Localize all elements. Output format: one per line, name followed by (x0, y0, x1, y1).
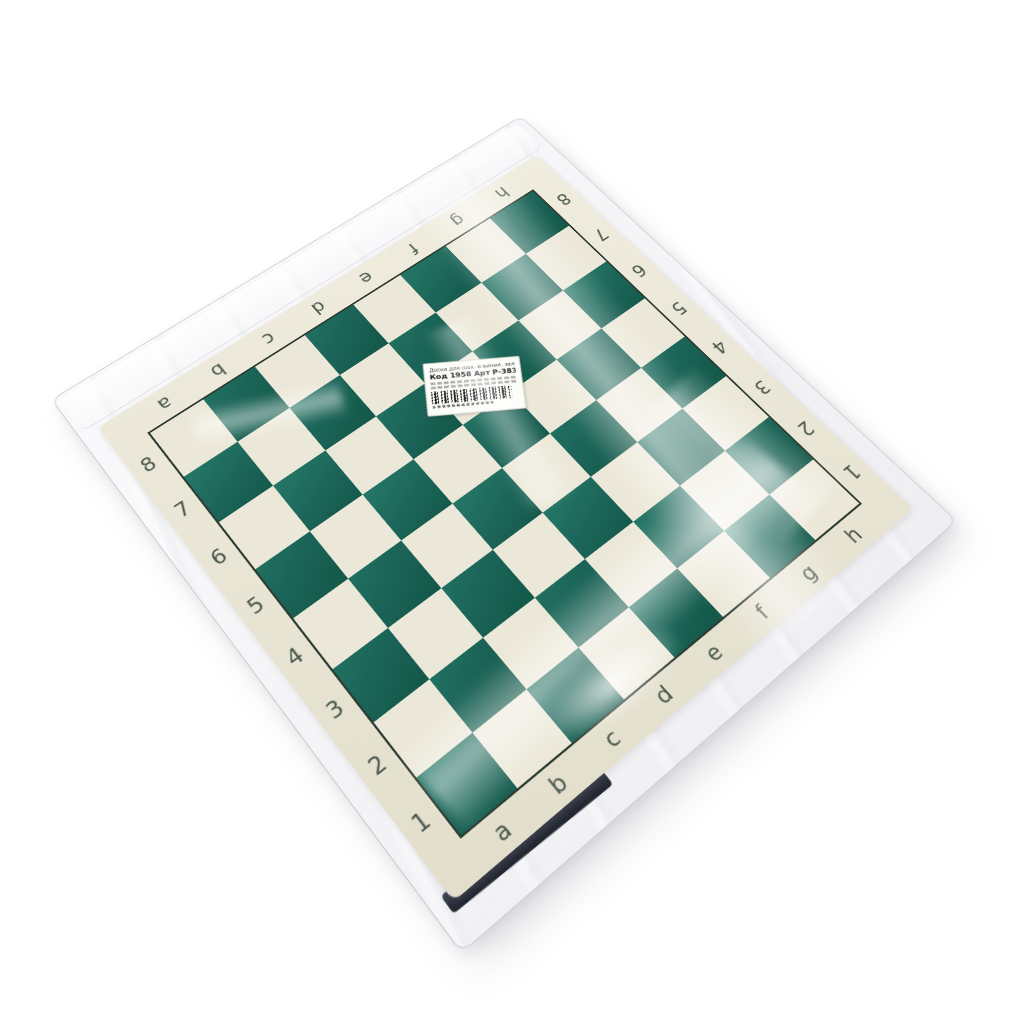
tilted-board-group: abcdefgh abcdefgh 87654321 87654321 Доск… (97, 155, 913, 901)
chess-board-mat: abcdefgh abcdefgh 87654321 87654321 Доск… (97, 155, 913, 901)
product-sticker: Доска для шах. в винил. зелен. Код 1958 … (423, 356, 527, 417)
product-photo-scene: abcdefgh abcdefgh 87654321 87654321 Доск… (0, 0, 1024, 1024)
